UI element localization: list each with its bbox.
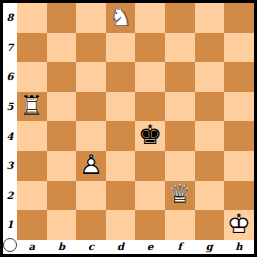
square-d3[interactable]: [106, 151, 136, 181]
white-king-piece[interactable]: ♚♔: [224, 210, 254, 240]
rank-label-8: 8: [3, 3, 17, 33]
square-d5[interactable]: [106, 92, 136, 122]
square-d4[interactable]: [106, 121, 136, 151]
file-label-e: e: [135, 240, 165, 254]
white-rook-glyph: ♖: [20, 92, 44, 119]
square-f8[interactable]: [165, 3, 195, 33]
black-king-piece[interactable]: ♚: [135, 121, 165, 151]
square-b4[interactable]: [47, 121, 77, 151]
square-h7[interactable]: [224, 33, 254, 63]
square-g8[interactable]: [195, 3, 225, 33]
square-f7[interactable]: [165, 33, 195, 63]
square-a4[interactable]: [17, 121, 47, 151]
square-b5[interactable]: [47, 92, 77, 122]
white-queen-piece[interactable]: ♛♕: [165, 181, 195, 211]
square-g1[interactable]: [195, 210, 225, 240]
square-e1[interactable]: [135, 210, 165, 240]
file-label-b: b: [47, 240, 77, 254]
rank-label-7: 7: [3, 33, 17, 63]
rank-label-2: 2: [3, 181, 17, 211]
white-pawn-piece[interactable]: ♟♙: [76, 151, 106, 181]
square-c5[interactable]: [76, 92, 106, 122]
square-e6[interactable]: [135, 62, 165, 92]
file-label-a: a: [17, 240, 47, 254]
square-c3[interactable]: ♟♙: [76, 151, 106, 181]
square-a5[interactable]: ♜♖: [17, 92, 47, 122]
file-label-d: d: [106, 240, 136, 254]
square-a3[interactable]: [17, 151, 47, 181]
chess-diagram: 8♞♘765♜♖4♚3♟♙2♛♕1♚♔abcdefgh: [0, 0, 257, 257]
square-f4[interactable]: [165, 121, 195, 151]
square-a8[interactable]: [17, 3, 47, 33]
rank-label-4: 4: [3, 121, 17, 151]
rank-label-1: 1: [3, 210, 17, 240]
square-b6[interactable]: [47, 62, 77, 92]
white-king-glyph: ♔: [227, 210, 251, 237]
square-a7[interactable]: [17, 33, 47, 63]
file-label-f: f: [165, 240, 195, 254]
square-f3[interactable]: [165, 151, 195, 181]
square-c7[interactable]: [76, 33, 106, 63]
square-c1[interactable]: [76, 210, 106, 240]
square-e8[interactable]: [135, 3, 165, 33]
square-d1[interactable]: [106, 210, 136, 240]
square-b2[interactable]: [47, 181, 77, 211]
white-rook-piece[interactable]: ♜♖: [17, 92, 47, 122]
square-d2[interactable]: [106, 181, 136, 211]
file-label-h: h: [224, 240, 254, 254]
square-h6[interactable]: [224, 62, 254, 92]
turn-indicator-cell: [3, 240, 17, 254]
square-c4[interactable]: [76, 121, 106, 151]
square-c6[interactable]: [76, 62, 106, 92]
square-e5[interactable]: [135, 92, 165, 122]
square-h3[interactable]: [224, 151, 254, 181]
square-h4[interactable]: [224, 121, 254, 151]
file-label-g: g: [195, 240, 225, 254]
square-g7[interactable]: [195, 33, 225, 63]
rank-label-5: 5: [3, 92, 17, 122]
square-e2[interactable]: [135, 181, 165, 211]
square-a2[interactable]: [17, 181, 47, 211]
square-h5[interactable]: [224, 92, 254, 122]
square-g6[interactable]: [195, 62, 225, 92]
board-grid: 8♞♘765♜♖4♚3♟♙2♛♕1♚♔abcdefgh: [3, 3, 254, 254]
square-a1[interactable]: [17, 210, 47, 240]
square-g3[interactable]: [195, 151, 225, 181]
square-b8[interactable]: [47, 3, 77, 33]
square-b7[interactable]: [47, 33, 77, 63]
square-f6[interactable]: [165, 62, 195, 92]
white-to-move-indicator: [3, 238, 17, 252]
square-h1[interactable]: ♚♔: [224, 210, 254, 240]
square-e3[interactable]: [135, 151, 165, 181]
rank-label-6: 6: [3, 62, 17, 92]
square-c8[interactable]: [76, 3, 106, 33]
square-g2[interactable]: [195, 181, 225, 211]
white-pawn-glyph: ♙: [79, 151, 103, 178]
black-king-glyph: ♚: [138, 122, 162, 149]
square-d7[interactable]: [106, 33, 136, 63]
square-h8[interactable]: [224, 3, 254, 33]
white-knight-glyph: ♘: [108, 3, 132, 30]
white-knight-piece[interactable]: ♞♘: [106, 3, 136, 33]
white-queen-glyph: ♕: [168, 181, 192, 208]
square-f5[interactable]: [165, 92, 195, 122]
square-b3[interactable]: [47, 151, 77, 181]
file-label-c: c: [76, 240, 106, 254]
square-f2[interactable]: ♛♕: [165, 181, 195, 211]
square-e7[interactable]: [135, 33, 165, 63]
square-c2[interactable]: [76, 181, 106, 211]
square-g5[interactable]: [195, 92, 225, 122]
square-f1[interactable]: [165, 210, 195, 240]
square-b1[interactable]: [47, 210, 77, 240]
square-d8[interactable]: ♞♘: [106, 3, 136, 33]
square-h2[interactable]: [224, 181, 254, 211]
square-e4[interactable]: ♚: [135, 121, 165, 151]
square-d6[interactable]: [106, 62, 136, 92]
rank-label-3: 3: [3, 151, 17, 181]
square-g4[interactable]: [195, 121, 225, 151]
square-a6[interactable]: [17, 62, 47, 92]
